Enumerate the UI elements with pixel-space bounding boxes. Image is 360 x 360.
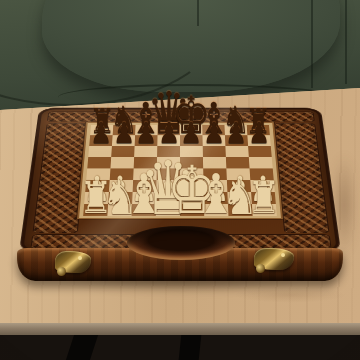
square-a5[interactable]: [87, 157, 111, 168]
square-a6[interactable]: [88, 146, 112, 157]
square-d1[interactable]: [156, 204, 180, 216]
square-e4[interactable]: [180, 168, 203, 180]
square-g1[interactable]: [228, 204, 253, 216]
square-f6[interactable]: [203, 146, 226, 157]
square-c8[interactable]: [135, 125, 158, 136]
square-f3[interactable]: [203, 180, 227, 192]
square-d5[interactable]: [157, 157, 180, 168]
square-d3[interactable]: [156, 180, 180, 192]
square-e5[interactable]: [180, 157, 203, 168]
square-e6[interactable]: [180, 146, 203, 157]
square-b2[interactable]: [108, 192, 132, 204]
square-d7[interactable]: [157, 135, 180, 146]
square-h6[interactable]: [248, 146, 272, 157]
square-d8[interactable]: [158, 125, 180, 136]
scene: ♜♞♝♛♚♝♞♜♟♟♟♟♟♟♟♟♟♟♟♟♟♟♟♟♜♞♝♛♚♝♞♜: [0, 0, 360, 360]
square-a1[interactable]: [83, 204, 108, 216]
square-h4[interactable]: [250, 168, 274, 180]
square-h7[interactable]: [247, 135, 270, 146]
square-a3[interactable]: [85, 180, 109, 192]
sofa-seam: [345, 0, 347, 84]
square-b6[interactable]: [111, 146, 134, 157]
square-f8[interactable]: [202, 125, 225, 136]
square-h5[interactable]: [249, 157, 273, 168]
square-h2[interactable]: [251, 192, 276, 204]
recessed-handle[interactable]: [127, 226, 235, 260]
clasp-scroll: [57, 267, 66, 276]
square-c5[interactable]: [134, 157, 157, 168]
square-g7[interactable]: [225, 135, 248, 146]
square-g3[interactable]: [227, 180, 251, 192]
square-f5[interactable]: [203, 157, 226, 168]
square-c1[interactable]: [132, 204, 156, 216]
square-a2[interactable]: [84, 192, 109, 204]
square-d6[interactable]: [157, 146, 180, 157]
square-b3[interactable]: [109, 180, 133, 192]
square-f4[interactable]: [203, 168, 227, 180]
left-clasp-icon[interactable]: [55, 251, 91, 273]
square-e8[interactable]: [180, 125, 202, 136]
square-f7[interactable]: [202, 135, 225, 146]
square-b8[interactable]: [113, 125, 136, 136]
sofa-seam: [311, 0, 313, 88]
right-clasp-icon[interactable]: [254, 248, 294, 270]
square-f2[interactable]: [204, 192, 228, 204]
square-e3[interactable]: [180, 180, 204, 192]
square-h3[interactable]: [250, 180, 274, 192]
square-a4[interactable]: [86, 168, 110, 180]
square-g8[interactable]: [224, 125, 247, 136]
square-b1[interactable]: [107, 204, 132, 216]
clasp-scroll: [256, 264, 265, 273]
square-e2[interactable]: [180, 192, 204, 204]
square-a7[interactable]: [89, 135, 112, 146]
square-g4[interactable]: [226, 168, 250, 180]
square-b5[interactable]: [110, 157, 134, 168]
square-b7[interactable]: [112, 135, 135, 146]
square-h1[interactable]: [252, 204, 277, 216]
square-h8[interactable]: [247, 125, 270, 136]
square-a8[interactable]: [90, 125, 113, 136]
clasp-glint: [281, 253, 285, 257]
square-c2[interactable]: [132, 192, 156, 204]
square-c4[interactable]: [133, 168, 157, 180]
square-g5[interactable]: [226, 157, 250, 168]
square-g2[interactable]: [227, 192, 251, 204]
carved-band-back: [47, 112, 315, 123]
square-e7[interactable]: [180, 135, 203, 146]
square-c6[interactable]: [134, 146, 157, 157]
clasp-glint: [78, 256, 82, 260]
board-squares: [83, 125, 277, 216]
square-e1[interactable]: [180, 204, 204, 216]
square-g6[interactable]: [225, 146, 248, 157]
square-d2[interactable]: [156, 192, 180, 204]
table-edge: [0, 323, 360, 335]
square-d4[interactable]: [157, 168, 180, 180]
table-leg: [179, 335, 202, 360]
square-c3[interactable]: [133, 180, 157, 192]
square-c7[interactable]: [135, 135, 158, 146]
sofa-seam: [197, 0, 199, 26]
square-f1[interactable]: [204, 204, 228, 216]
square-b4[interactable]: [110, 168, 134, 180]
